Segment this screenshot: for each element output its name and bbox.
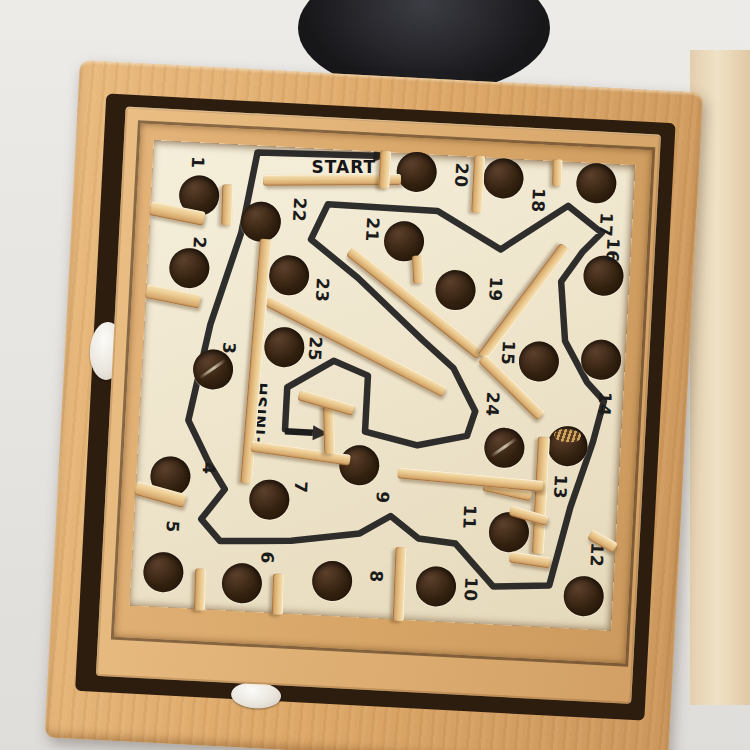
- hole-label-6: 6: [257, 551, 278, 564]
- maze-wall-2: [378, 150, 391, 189]
- labyrinth-game: START FINISH 123456789101112131415161718…: [0, 0, 750, 750]
- hole-label-2: 2: [189, 236, 210, 249]
- hole-label-10: 10: [460, 576, 481, 602]
- hole-label-23: 23: [312, 277, 333, 303]
- hole-label-16: 16: [602, 237, 623, 263]
- hole-label-22: 22: [289, 197, 310, 223]
- spring-in-hole: [554, 428, 582, 442]
- maze-wall-23: [412, 255, 425, 284]
- hole-label-20: 20: [451, 162, 472, 188]
- hole-label-13: 13: [550, 474, 571, 500]
- hole-label-5: 5: [162, 520, 183, 533]
- maze-wall-21: [194, 568, 206, 610]
- hole-label-3: 3: [219, 342, 240, 355]
- hole-label-19: 19: [485, 276, 506, 302]
- hole-label-4: 4: [199, 462, 220, 475]
- hole-label-17: 17: [596, 212, 617, 238]
- hole-label-1: 1: [188, 156, 209, 169]
- maze-floor: START FINISH 123456789101112131415161718…: [130, 140, 636, 631]
- metal-glint: [199, 359, 226, 379]
- maze-wall-3: [552, 159, 562, 186]
- hole-label-18: 18: [528, 187, 549, 213]
- maze-wall-22: [272, 573, 284, 614]
- maze-wall-14: [323, 403, 335, 453]
- photo-scene: START FINISH 123456789101112131415161718…: [0, 0, 750, 750]
- hole-label-14: 14: [594, 391, 615, 417]
- maze-wall-24: [221, 184, 233, 225]
- hole-label-15: 15: [498, 340, 519, 366]
- hole-label-25: 25: [305, 336, 326, 362]
- hole-label-24: 24: [482, 391, 503, 417]
- metal-glint: [490, 437, 517, 457]
- finish-arrow-shaft: [285, 431, 313, 432]
- maze-board: START FINISH 123456789101112131415161718…: [114, 123, 652, 663]
- hole-label-9: 9: [372, 491, 393, 504]
- hole-label-8: 8: [366, 570, 387, 583]
- hole-label-11: 11: [459, 504, 480, 530]
- hole-label-7: 7: [291, 481, 312, 494]
- hole-label-21: 21: [362, 217, 383, 243]
